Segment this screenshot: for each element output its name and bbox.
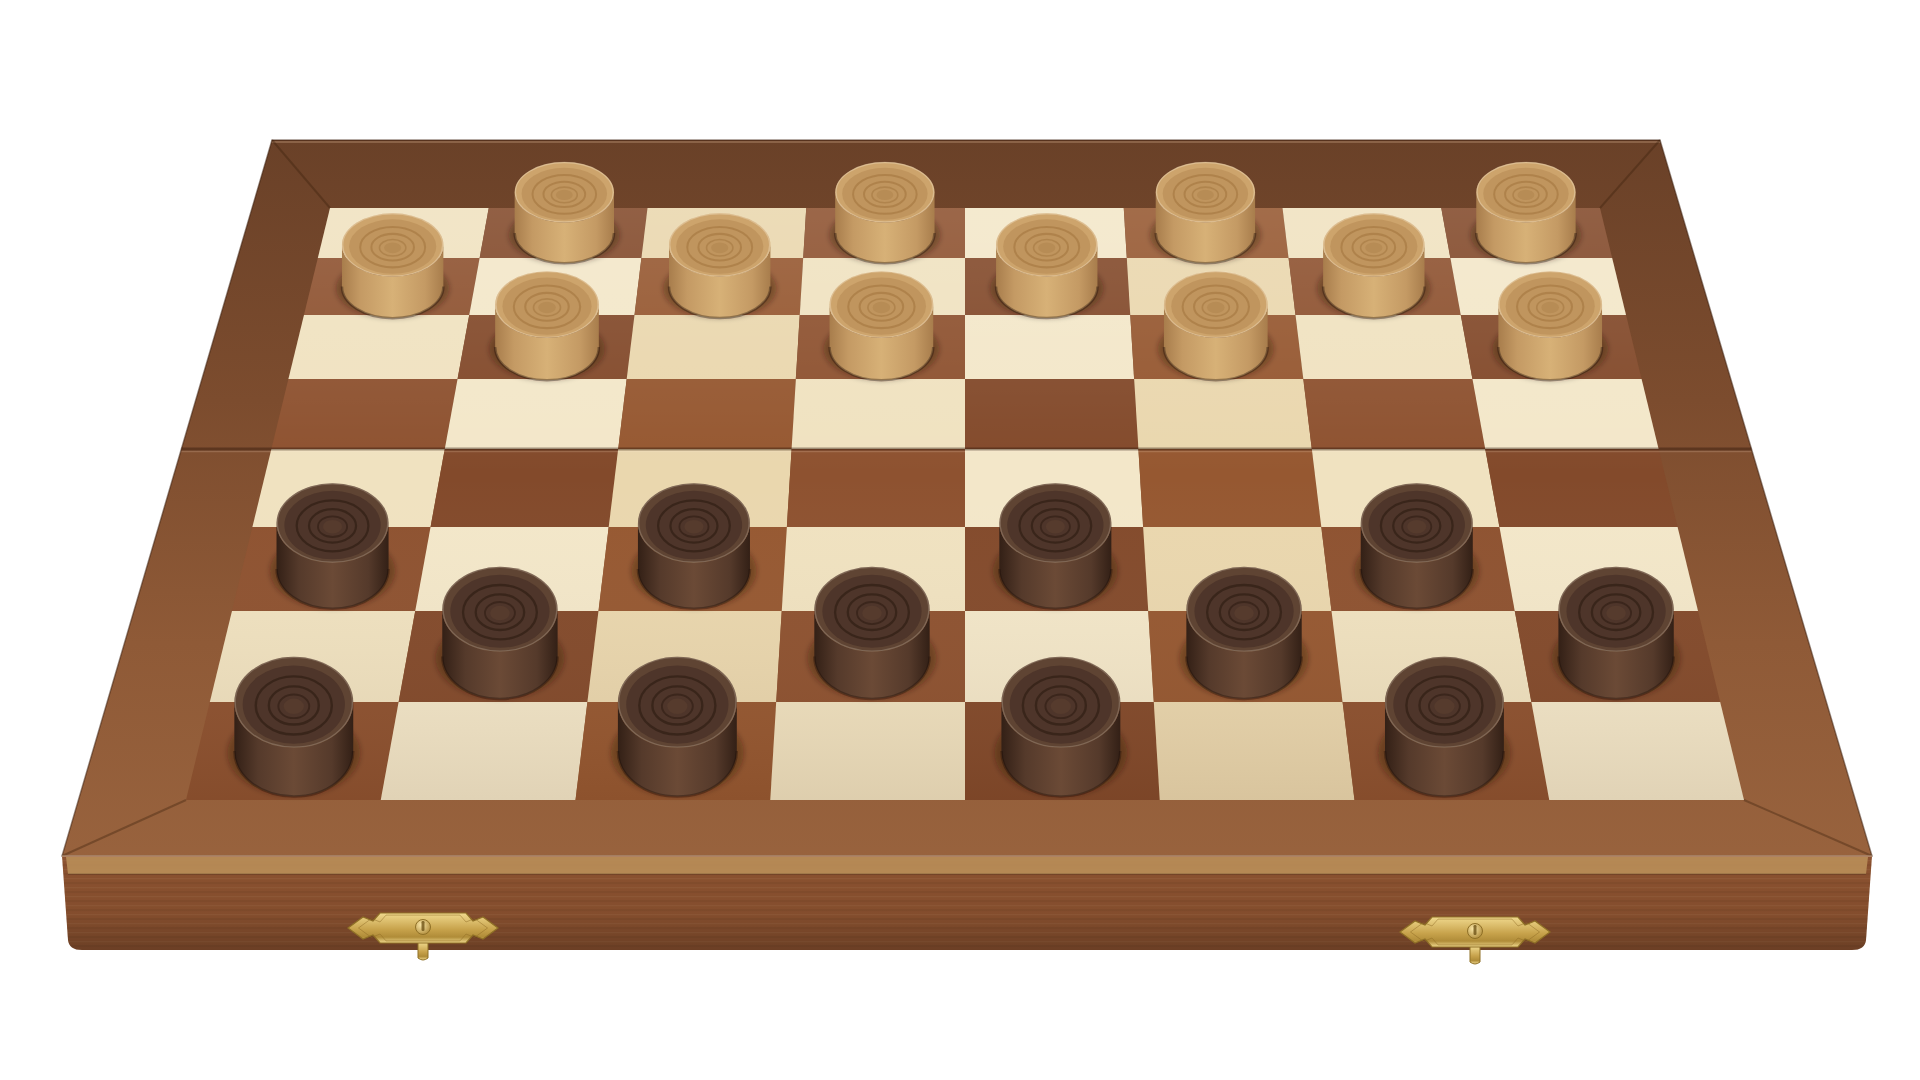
dark-checker[interactable] — [227, 657, 360, 797]
square-r8-c4-light[interactable] — [770, 702, 965, 800]
checker-center — [876, 190, 893, 200]
square-r4-c8-light[interactable] — [1472, 379, 1658, 449]
square-r4-c4-light[interactable] — [792, 379, 965, 449]
latch-knob-slot — [1474, 925, 1477, 935]
checker-center — [862, 606, 882, 620]
square-r8-c6-light[interactable] — [1154, 702, 1355, 800]
dark-checker[interactable] — [1179, 567, 1308, 699]
checkers-board-scene — [0, 0, 1920, 1080]
light-checker[interactable] — [1158, 271, 1274, 380]
checker-center — [1038, 242, 1055, 253]
checker-center — [1407, 520, 1426, 534]
dark-checker[interactable] — [435, 567, 564, 699]
square-r5-c6-dark[interactable] — [1138, 449, 1321, 527]
dark-checker[interactable] — [994, 657, 1127, 797]
square-r4-c2-light[interactable] — [445, 379, 627, 449]
checker-center — [1365, 242, 1382, 253]
square-r8-c2-light[interactable] — [381, 702, 588, 800]
light-checker[interactable] — [823, 271, 939, 380]
checker-center — [1541, 302, 1559, 313]
dark-checker[interactable] — [1378, 657, 1511, 797]
square-r5-c4-dark[interactable] — [787, 449, 965, 527]
checker-center — [1197, 190, 1214, 200]
light-checker[interactable] — [1492, 271, 1608, 380]
dark-checker[interactable] — [1551, 567, 1680, 699]
checker-center — [1046, 520, 1065, 534]
checker-center — [1517, 190, 1534, 200]
dark-checker[interactable] — [1354, 483, 1479, 608]
square-r8-c8-light[interactable] — [1531, 702, 1744, 800]
checker-center — [684, 520, 703, 534]
light-checker[interactable] — [1150, 162, 1261, 264]
square-r3-c3-light[interactable] — [627, 315, 800, 379]
checker-center — [667, 699, 687, 714]
checker-center — [711, 242, 728, 253]
checker-center — [556, 190, 573, 200]
square-r5-c8-dark[interactable] — [1485, 449, 1677, 527]
plywood-edge-strip — [66, 857, 1868, 874]
checker-center — [538, 302, 556, 313]
dark-checker[interactable] — [631, 483, 756, 608]
light-checker[interactable] — [829, 162, 940, 264]
square-r3-c5-light[interactable] — [965, 315, 1134, 379]
dark-checker[interactable] — [611, 657, 744, 797]
square-r4-c1-dark[interactable] — [271, 379, 457, 449]
square-r5-c2-dark[interactable] — [431, 449, 619, 527]
latch-hook — [418, 942, 428, 960]
checker-center — [384, 242, 401, 253]
checker-center — [873, 302, 891, 313]
square-r4-c3-dark[interactable] — [618, 379, 796, 449]
light-checker[interactable] — [509, 162, 620, 264]
square-r3-c7-light[interactable] — [1296, 315, 1473, 379]
dark-checker[interactable] — [807, 567, 936, 699]
dark-checker[interactable] — [993, 483, 1118, 608]
checkers-board-photo — [0, 0, 1920, 1080]
latch-knob-slot — [422, 921, 425, 931]
square-r3-c1-light[interactable] — [288, 315, 469, 379]
light-checker[interactable] — [336, 213, 450, 318]
checker-center — [1434, 699, 1454, 714]
checker-center — [1606, 606, 1626, 620]
light-checker[interactable] — [489, 271, 605, 380]
checker-center — [323, 520, 342, 534]
checker-center — [284, 699, 304, 714]
checker-center — [1207, 302, 1225, 313]
latch-hook — [1470, 946, 1480, 964]
dark-checker[interactable] — [270, 483, 395, 608]
checker-center — [1234, 606, 1254, 620]
square-r4-c6-light[interactable] — [1134, 379, 1312, 449]
light-checker[interactable] — [1317, 213, 1431, 318]
light-checker[interactable] — [1470, 162, 1581, 264]
square-r4-c5-dark[interactable] — [965, 379, 1138, 449]
light-checker[interactable] — [663, 213, 777, 318]
checker-center — [1051, 699, 1071, 714]
square-r4-c7-dark[interactable] — [1303, 379, 1485, 449]
checker-center — [490, 606, 510, 620]
light-checker[interactable] — [990, 213, 1104, 318]
